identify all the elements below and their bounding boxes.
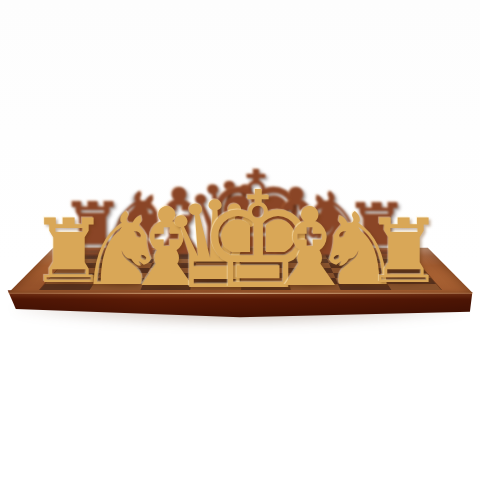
light-rook-h1[interactable]: ♜ [365,208,444,296]
chess-set-photo: ♜♞♝♛♚♝♞♜♜♞♝♛♚♝♞♜ [0,0,480,480]
